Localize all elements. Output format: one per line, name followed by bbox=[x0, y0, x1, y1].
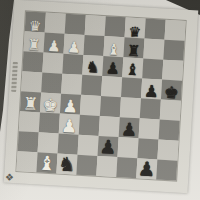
square-a7[interactable]: ♜ bbox=[24, 31, 45, 52]
square-h3[interactable] bbox=[159, 120, 180, 141]
corner-emblem-icon: ❖ bbox=[5, 172, 15, 183]
square-c4[interactable]: ♟ bbox=[60, 94, 81, 115]
square-e4[interactable] bbox=[100, 96, 121, 117]
square-g1[interactable]: ♟ bbox=[136, 158, 157, 179]
square-c8[interactable] bbox=[65, 14, 86, 35]
square-b6[interactable] bbox=[42, 53, 63, 74]
square-g4[interactable] bbox=[140, 98, 161, 119]
square-d6[interactable]: ♞ bbox=[82, 55, 103, 76]
maker-stamp-illegible-text bbox=[11, 62, 18, 92]
square-e6[interactable]: ♟ bbox=[102, 56, 123, 77]
square-f4[interactable] bbox=[120, 97, 141, 118]
piece-white-bishop-b1[interactable]: ♝ bbox=[36, 154, 57, 175]
square-f3[interactable]: ♟ bbox=[119, 117, 140, 138]
square-e7[interactable]: ♝ bbox=[103, 36, 124, 57]
square-f5[interactable] bbox=[121, 77, 142, 98]
board-grid: ♛♛♜♟♟♝♜♞♟♝♟♚♜♚♟♟♟♟♝♞♟ bbox=[15, 10, 186, 181]
square-h5[interactable]: ♚ bbox=[161, 80, 182, 101]
square-b2[interactable] bbox=[38, 132, 59, 153]
square-d2[interactable] bbox=[78, 135, 99, 156]
square-g7[interactable] bbox=[143, 38, 164, 59]
square-h1[interactable] bbox=[156, 159, 177, 180]
square-f2[interactable] bbox=[117, 137, 138, 158]
square-a8[interactable]: ♛ bbox=[25, 11, 46, 32]
square-h6[interactable] bbox=[162, 60, 183, 81]
square-e1[interactable] bbox=[96, 156, 117, 177]
square-d4[interactable] bbox=[80, 95, 101, 116]
square-b8[interactable] bbox=[45, 13, 66, 34]
square-d8[interactable] bbox=[85, 15, 106, 36]
photo-of-chess-board: ❖ ♛♛♜♟♟♝♜♞♟♝♟♚♜♚♟♟♟♟♝♞♟ bbox=[0, 0, 200, 200]
board-border: ❖ ♛♛♜♟♟♝♜♞♟♝♟♚♜♚♟♟♟♟♝♞♟ bbox=[4, 0, 199, 193]
square-b5[interactable] bbox=[41, 72, 62, 93]
square-a6[interactable] bbox=[22, 51, 43, 72]
square-a3[interactable] bbox=[19, 111, 40, 132]
square-c2[interactable] bbox=[58, 134, 79, 155]
square-h2[interactable] bbox=[157, 139, 178, 160]
square-c6[interactable] bbox=[62, 54, 83, 75]
square-f7[interactable]: ♜ bbox=[123, 37, 144, 58]
square-e2[interactable]: ♟ bbox=[97, 136, 118, 157]
square-g3[interactable] bbox=[139, 118, 160, 139]
square-e8[interactable] bbox=[105, 16, 126, 37]
square-c1[interactable]: ♞ bbox=[56, 154, 77, 175]
square-d7[interactable] bbox=[83, 35, 104, 56]
square-a1[interactable] bbox=[16, 151, 37, 172]
piece-black-knight-c1[interactable]: ♞ bbox=[56, 155, 77, 176]
square-e3[interactable] bbox=[99, 116, 120, 137]
square-b1[interactable]: ♝ bbox=[36, 152, 57, 173]
square-g8[interactable] bbox=[145, 19, 166, 40]
square-h4[interactable] bbox=[160, 100, 181, 121]
square-c5[interactable] bbox=[61, 74, 82, 95]
chess-board: ❖ ♛♛♜♟♟♝♜♞♟♝♟♚♜♚♟♟♟♟♝♞♟ bbox=[4, 0, 199, 193]
piece-black-pawn-g1[interactable]: ♟ bbox=[136, 160, 157, 181]
square-f6[interactable]: ♝ bbox=[122, 57, 143, 78]
square-e5[interactable] bbox=[101, 76, 122, 97]
square-a4[interactable]: ♜ bbox=[20, 91, 41, 112]
square-a2[interactable] bbox=[18, 131, 39, 152]
piece-black-pawn-e2[interactable]: ♟ bbox=[97, 138, 118, 158]
square-a5[interactable] bbox=[21, 71, 42, 92]
square-g5[interactable]: ♟ bbox=[141, 78, 162, 99]
square-c3[interactable]: ♟ bbox=[59, 114, 80, 135]
square-c7[interactable]: ♟ bbox=[63, 34, 84, 55]
square-b3[interactable] bbox=[39, 112, 60, 133]
square-d5[interactable] bbox=[81, 75, 102, 96]
square-d1[interactable] bbox=[76, 155, 97, 176]
square-g2[interactable] bbox=[137, 138, 158, 159]
square-h8[interactable] bbox=[164, 20, 185, 41]
square-f8[interactable]: ♛ bbox=[125, 17, 146, 38]
square-h7[interactable] bbox=[163, 40, 184, 61]
square-f1[interactable] bbox=[116, 157, 137, 178]
square-g6[interactable] bbox=[142, 58, 163, 79]
square-b4[interactable]: ♚ bbox=[40, 92, 61, 113]
square-d3[interactable] bbox=[79, 115, 100, 136]
square-b7[interactable]: ♟ bbox=[44, 33, 65, 54]
